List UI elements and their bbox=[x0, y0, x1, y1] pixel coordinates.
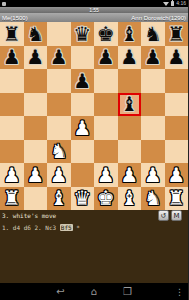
square-h6[interactable] bbox=[165, 69, 189, 93]
square-d8[interactable]: ♛ bbox=[71, 22, 95, 46]
piece-white-pawn: ♟ bbox=[26, 165, 44, 185]
square-h8[interactable]: ♜ bbox=[165, 22, 189, 46]
square-f1[interactable]: ♝ bbox=[118, 187, 142, 211]
chess-board[interactable]: ♜♞♛♚♝♞♜♟♟♟♟♟♟♟♟♝♟♞♟♟♟♟♟♟♟♜♝♛♚♝♞♜ bbox=[0, 22, 188, 210]
menu-m-button[interactable]: M bbox=[171, 210, 182, 221]
move-panel: 3. white's move ↺ M 1. d4 d6 2. Nc3 Bf5 … bbox=[0, 210, 188, 283]
square-c7[interactable]: ♟ bbox=[47, 46, 71, 70]
square-f3[interactable] bbox=[118, 140, 142, 164]
piece-white-rook: ♜ bbox=[3, 188, 21, 208]
square-h3[interactable] bbox=[165, 140, 189, 164]
square-e3[interactable] bbox=[94, 140, 118, 164]
piece-black-queen: ♛ bbox=[73, 24, 91, 44]
square-a5[interactable] bbox=[0, 93, 24, 117]
square-f2[interactable]: ♟ bbox=[118, 163, 142, 187]
square-b1[interactable] bbox=[24, 187, 48, 211]
square-a4[interactable] bbox=[0, 116, 24, 140]
move-list[interactable]: 1. d4 d6 2. Nc3 Bf5 * bbox=[2, 223, 186, 232]
recents-icon[interactable]: ❐ bbox=[123, 287, 132, 297]
piece-white-knight: ♞ bbox=[144, 188, 162, 208]
piece-black-pawn: ♟ bbox=[3, 47, 21, 67]
square-d4[interactable]: ♟ bbox=[71, 116, 95, 140]
piece-white-pawn: ♟ bbox=[73, 118, 91, 138]
square-g1[interactable]: ♞ bbox=[141, 187, 165, 211]
square-d1[interactable]: ♛ bbox=[71, 187, 95, 211]
square-a3[interactable] bbox=[0, 140, 24, 164]
piece-white-king: ♚ bbox=[97, 188, 115, 208]
square-h5[interactable] bbox=[165, 93, 189, 117]
square-a8[interactable]: ♜ bbox=[0, 22, 24, 46]
piece-black-knight: ♞ bbox=[26, 24, 44, 44]
black-player-label: Ann Dorowich(1290) bbox=[131, 15, 186, 21]
piece-black-bishop: ♝ bbox=[120, 94, 138, 114]
piece-black-rook: ♜ bbox=[3, 24, 21, 44]
square-d5[interactable] bbox=[71, 93, 95, 117]
square-e2[interactable]: ♟ bbox=[94, 163, 118, 187]
piece-black-pawn: ♟ bbox=[167, 47, 185, 67]
square-g6[interactable] bbox=[141, 69, 165, 93]
square-b6[interactable] bbox=[24, 69, 48, 93]
square-e5[interactable] bbox=[94, 93, 118, 117]
android-nav-bar: ↩ ⌂ ❐ ⋮ bbox=[0, 283, 188, 300]
square-e4[interactable] bbox=[94, 116, 118, 140]
square-c6[interactable] bbox=[47, 69, 71, 93]
square-b5[interactable] bbox=[24, 93, 48, 117]
square-g7[interactable]: ♟ bbox=[141, 46, 165, 70]
home-icon[interactable]: ⌂ bbox=[91, 287, 97, 297]
phone-screen: 4:16 1:55 Me(1500) Ann Dorowich(1290) ♜♞… bbox=[0, 0, 188, 300]
square-e8[interactable]: ♚ bbox=[94, 22, 118, 46]
piece-white-pawn: ♟ bbox=[167, 165, 185, 185]
square-d2[interactable] bbox=[71, 163, 95, 187]
piece-white-pawn: ♟ bbox=[144, 165, 162, 185]
square-b4[interactable] bbox=[24, 116, 48, 140]
player-bar: Me(1500) Ann Dorowich(1290) bbox=[0, 13, 188, 22]
android-status-bar: 4:16 bbox=[0, 0, 188, 7]
overflow-menu-icon[interactable]: ⋮ bbox=[175, 287, 184, 297]
panel-buttons: ↺ M bbox=[158, 210, 182, 221]
square-c1[interactable]: ♝ bbox=[47, 187, 71, 211]
square-f4[interactable] bbox=[118, 116, 142, 140]
square-h2[interactable]: ♟ bbox=[165, 163, 189, 187]
square-a1[interactable]: ♜ bbox=[0, 187, 24, 211]
square-c8[interactable] bbox=[47, 22, 71, 46]
piece-white-pawn: ♟ bbox=[50, 165, 68, 185]
piece-black-king: ♚ bbox=[97, 24, 115, 44]
square-g2[interactable]: ♟ bbox=[141, 163, 165, 187]
square-b3[interactable] bbox=[24, 140, 48, 164]
piece-white-pawn: ♟ bbox=[120, 165, 138, 185]
square-c2[interactable]: ♟ bbox=[47, 163, 71, 187]
square-c4[interactable] bbox=[47, 116, 71, 140]
square-g3[interactable] bbox=[141, 140, 165, 164]
square-a2[interactable]: ♟ bbox=[0, 163, 24, 187]
square-h7[interactable]: ♟ bbox=[165, 46, 189, 70]
square-c3[interactable]: ♞ bbox=[47, 140, 71, 164]
piece-black-pawn: ♟ bbox=[50, 47, 68, 67]
square-a6[interactable] bbox=[0, 69, 24, 93]
status-bar-time: 4:16 bbox=[176, 0, 186, 7]
piece-white-knight: ♞ bbox=[50, 141, 68, 161]
piece-white-queen: ♛ bbox=[73, 188, 91, 208]
square-g4[interactable] bbox=[141, 116, 165, 140]
square-d3[interactable] bbox=[71, 140, 95, 164]
square-a7[interactable]: ♟ bbox=[0, 46, 24, 70]
move-status-text: 3. white's move bbox=[2, 212, 56, 219]
back-icon[interactable]: ↩ bbox=[56, 287, 64, 297]
piece-black-pawn: ♟ bbox=[26, 47, 44, 67]
move-text[interactable]: * bbox=[73, 224, 80, 231]
square-g5[interactable] bbox=[141, 93, 165, 117]
wifi-icon bbox=[163, 2, 169, 6]
piece-black-pawn: ♟ bbox=[97, 47, 115, 67]
square-b7[interactable]: ♟ bbox=[24, 46, 48, 70]
undo-button[interactable]: ↺ bbox=[158, 210, 169, 221]
move-text[interactable]: 1. d4 d6 2. Nc3 bbox=[2, 224, 60, 231]
piece-black-knight: ♞ bbox=[144, 24, 162, 44]
square-f8[interactable]: ♝ bbox=[118, 22, 142, 46]
selected-move[interactable]: Bf5 bbox=[60, 224, 73, 231]
square-d6[interactable]: ♟ bbox=[71, 69, 95, 93]
game-clock: 1:55 bbox=[89, 7, 99, 13]
piece-white-pawn: ♟ bbox=[97, 165, 115, 185]
square-g8[interactable]: ♞ bbox=[141, 22, 165, 46]
piece-white-pawn: ♟ bbox=[3, 165, 21, 185]
white-player-label: Me(1500) bbox=[2, 15, 28, 21]
piece-black-pawn: ♟ bbox=[73, 71, 91, 91]
square-b2[interactable]: ♟ bbox=[24, 163, 48, 187]
square-h4[interactable] bbox=[165, 116, 189, 140]
piece-black-pawn: ♟ bbox=[120, 47, 138, 67]
notification-icon bbox=[2, 2, 6, 6]
square-c5[interactable] bbox=[47, 93, 71, 117]
square-e1[interactable]: ♚ bbox=[94, 187, 118, 211]
square-e6[interactable] bbox=[94, 69, 118, 93]
square-e7[interactable]: ♟ bbox=[94, 46, 118, 70]
piece-black-bishop: ♝ bbox=[120, 24, 138, 44]
square-f6[interactable] bbox=[118, 69, 142, 93]
piece-black-pawn: ♟ bbox=[144, 47, 162, 67]
square-f5[interactable]: ♝ bbox=[118, 93, 142, 117]
square-h1[interactable]: ♜ bbox=[165, 187, 189, 211]
square-b8[interactable]: ♞ bbox=[24, 22, 48, 46]
piece-black-rook: ♜ bbox=[167, 24, 185, 44]
square-f7[interactable]: ♟ bbox=[118, 46, 142, 70]
battery-icon bbox=[171, 1, 174, 6]
piece-white-rook: ♜ bbox=[167, 188, 185, 208]
piece-white-bishop: ♝ bbox=[120, 188, 138, 208]
square-d7[interactable] bbox=[71, 46, 95, 70]
piece-white-bishop: ♝ bbox=[50, 188, 68, 208]
